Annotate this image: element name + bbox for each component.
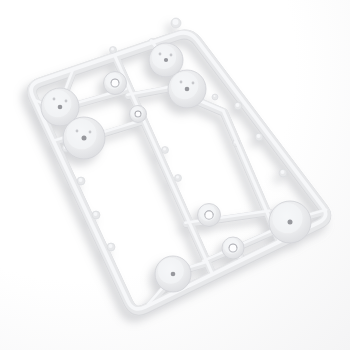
part-small-ring-4 [222, 237, 244, 259]
part-large-disc-2 [168, 70, 206, 108]
part-large-disc-6 [155, 256, 191, 292]
part-small-ring-3 [198, 204, 221, 227]
part-small-ring-2 [130, 106, 147, 123]
part-large-disc-4 [63, 117, 105, 159]
part-large-disc-5 [269, 201, 311, 243]
part-small-ring-1 [104, 72, 127, 95]
product-photo [0, 0, 350, 350]
sprue-photo-svg [0, 0, 350, 350]
